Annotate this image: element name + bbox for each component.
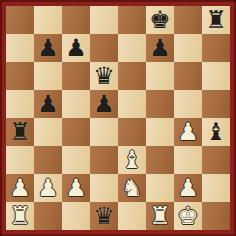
square-c3[interactable] <box>62 146 90 174</box>
square-g6[interactable] <box>174 62 202 90</box>
white-pawn[interactable]: ♟ <box>9 174 31 202</box>
square-f7[interactable]: ♟ <box>146 34 174 62</box>
chessboard: ♚♜♟♟♟♛♟♟♜♟♝♝♟♟♟♞♟♜♛♜♚ <box>6 6 230 230</box>
square-e1[interactable] <box>118 202 146 230</box>
square-e8[interactable] <box>118 6 146 34</box>
square-f4[interactable] <box>146 118 174 146</box>
square-h8[interactable]: ♜ <box>202 6 230 34</box>
square-e4[interactable] <box>118 118 146 146</box>
black-queen[interactable]: ♛ <box>93 202 115 230</box>
square-f3[interactable] <box>146 146 174 174</box>
black-pawn[interactable]: ♟ <box>37 90 59 118</box>
square-g5[interactable] <box>174 90 202 118</box>
black-pawn[interactable]: ♟ <box>37 34 59 62</box>
square-g3[interactable] <box>174 146 202 174</box>
square-e3[interactable]: ♝ <box>118 146 146 174</box>
square-b7[interactable]: ♟ <box>34 34 62 62</box>
white-rook[interactable]: ♜ <box>9 202 31 230</box>
square-d4[interactable] <box>90 118 118 146</box>
square-d3[interactable] <box>90 146 118 174</box>
square-h2[interactable] <box>202 174 230 202</box>
square-c8[interactable] <box>62 6 90 34</box>
square-f8[interactable]: ♚ <box>146 6 174 34</box>
white-bishop[interactable]: ♝ <box>121 146 143 174</box>
square-a7[interactable] <box>6 34 34 62</box>
square-d7[interactable] <box>90 34 118 62</box>
square-d6[interactable]: ♛ <box>90 62 118 90</box>
square-g2[interactable]: ♟ <box>174 174 202 202</box>
square-b3[interactable] <box>34 146 62 174</box>
square-g4[interactable]: ♟ <box>174 118 202 146</box>
black-queen[interactable]: ♛ <box>93 62 115 90</box>
square-b4[interactable] <box>34 118 62 146</box>
square-c1[interactable] <box>62 202 90 230</box>
white-king[interactable]: ♚ <box>177 202 199 230</box>
square-e2[interactable]: ♞ <box>118 174 146 202</box>
square-a2[interactable]: ♟ <box>6 174 34 202</box>
black-rook[interactable]: ♜ <box>205 6 227 34</box>
black-king[interactable]: ♚ <box>149 6 171 34</box>
black-pawn[interactable]: ♟ <box>65 34 87 62</box>
square-d8[interactable] <box>90 6 118 34</box>
square-a8[interactable] <box>6 6 34 34</box>
square-b5[interactable]: ♟ <box>34 90 62 118</box>
black-rook[interactable]: ♜ <box>9 118 31 146</box>
white-rook[interactable]: ♜ <box>149 202 171 230</box>
square-c7[interactable]: ♟ <box>62 34 90 62</box>
square-a1[interactable]: ♜ <box>6 202 34 230</box>
black-bishop[interactable]: ♝ <box>205 118 227 146</box>
square-b2[interactable]: ♟ <box>34 174 62 202</box>
square-a6[interactable] <box>6 62 34 90</box>
square-h4[interactable]: ♝ <box>202 118 230 146</box>
square-b1[interactable] <box>34 202 62 230</box>
square-h7[interactable] <box>202 34 230 62</box>
square-f1[interactable]: ♜ <box>146 202 174 230</box>
square-f2[interactable] <box>146 174 174 202</box>
square-h6[interactable] <box>202 62 230 90</box>
square-c6[interactable] <box>62 62 90 90</box>
square-d2[interactable] <box>90 174 118 202</box>
square-a5[interactable] <box>6 90 34 118</box>
white-pawn[interactable]: ♟ <box>37 174 59 202</box>
square-e5[interactable] <box>118 90 146 118</box>
square-d1[interactable]: ♛ <box>90 202 118 230</box>
square-d5[interactable]: ♟ <box>90 90 118 118</box>
square-h3[interactable] <box>202 146 230 174</box>
white-pawn[interactable]: ♟ <box>65 174 87 202</box>
white-pawn[interactable]: ♟ <box>177 118 199 146</box>
square-c5[interactable] <box>62 90 90 118</box>
square-c4[interactable] <box>62 118 90 146</box>
black-pawn[interactable]: ♟ <box>149 34 171 62</box>
square-g1[interactable]: ♚ <box>174 202 202 230</box>
square-g8[interactable] <box>174 6 202 34</box>
square-b8[interactable] <box>34 6 62 34</box>
square-e7[interactable] <box>118 34 146 62</box>
white-knight[interactable]: ♞ <box>121 174 143 202</box>
square-f5[interactable] <box>146 90 174 118</box>
square-c2[interactable]: ♟ <box>62 174 90 202</box>
square-h1[interactable] <box>202 202 230 230</box>
square-h5[interactable] <box>202 90 230 118</box>
square-e6[interactable] <box>118 62 146 90</box>
square-a4[interactable]: ♜ <box>6 118 34 146</box>
square-a3[interactable] <box>6 146 34 174</box>
white-pawn[interactable]: ♟ <box>177 174 199 202</box>
square-b6[interactable] <box>34 62 62 90</box>
square-f6[interactable] <box>146 62 174 90</box>
board-frame: ♚♜♟♟♟♛♟♟♜♟♝♝♟♟♟♞♟♜♛♜♚ <box>0 0 236 236</box>
black-pawn[interactable]: ♟ <box>93 90 115 118</box>
square-g7[interactable] <box>174 34 202 62</box>
